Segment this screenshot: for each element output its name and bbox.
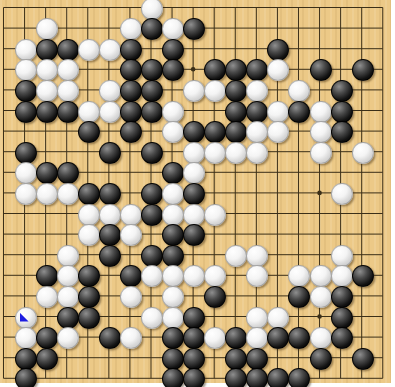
black-stone [331, 101, 353, 123]
white-stone [352, 142, 374, 164]
black-stone [99, 142, 121, 164]
white-stone [162, 18, 184, 40]
white-stone [141, 307, 163, 329]
white-stone [162, 121, 184, 143]
white-stone [57, 265, 79, 287]
black-stone [225, 101, 247, 123]
black-stone [310, 348, 332, 370]
white-stone [57, 80, 79, 102]
black-stone [99, 183, 121, 205]
white-stone [15, 183, 37, 205]
white-stone [225, 142, 247, 164]
black-stone [78, 307, 100, 329]
white-stone [331, 183, 353, 205]
white-stone [162, 101, 184, 123]
black-stone [225, 80, 247, 102]
white-stone [120, 204, 142, 226]
white-stone [310, 101, 332, 123]
white-stone [246, 307, 268, 329]
black-stone [36, 265, 58, 287]
white-stone [57, 183, 79, 205]
black-stone [225, 348, 247, 370]
white-stone [162, 204, 184, 226]
white-stone [183, 80, 205, 102]
white-stone [225, 245, 247, 267]
black-stone [246, 368, 268, 387]
white-stone [99, 39, 121, 61]
white-stone [310, 142, 332, 164]
black-stone [225, 368, 247, 387]
black-stone [36, 327, 58, 349]
black-stone [162, 224, 184, 246]
black-stone [162, 368, 184, 387]
black-stone [120, 80, 142, 102]
white-stone [331, 245, 353, 267]
white-stone [15, 327, 37, 349]
go-app-window: { "game": "go", "board_size": 19, "posit… [0, 0, 395, 387]
white-stone [204, 80, 226, 102]
black-stone [141, 204, 163, 226]
black-stone [288, 368, 310, 387]
white-stone [162, 307, 184, 329]
white-stone [267, 101, 289, 123]
black-stone [162, 327, 184, 349]
white-stone [183, 204, 205, 226]
black-stone [183, 307, 205, 329]
white-stone [99, 101, 121, 123]
black-stone [331, 121, 353, 143]
white-stone [57, 59, 79, 81]
black-stone [57, 39, 79, 61]
white-stone [331, 265, 353, 287]
black-stone [310, 59, 332, 81]
black-stone [141, 18, 163, 40]
black-stone [183, 348, 205, 370]
black-stone [352, 59, 374, 81]
white-stone [36, 80, 58, 102]
black-stone [78, 286, 100, 308]
black-stone [120, 39, 142, 61]
black-stone [141, 245, 163, 267]
black-stone [78, 265, 100, 287]
black-stone [99, 245, 121, 267]
white-stone [57, 327, 79, 349]
white-stone [246, 245, 268, 267]
white-stone [15, 59, 37, 81]
white-stone [204, 142, 226, 164]
white-stone [36, 18, 58, 40]
white-stone [141, 0, 163, 20]
white-stone [78, 101, 100, 123]
black-stone [141, 142, 163, 164]
black-stone [36, 39, 58, 61]
white-stone [204, 204, 226, 226]
white-stone [310, 121, 332, 143]
white-stone [57, 245, 79, 267]
black-stone [141, 80, 163, 102]
white-stone [310, 327, 332, 349]
black-stone [15, 142, 37, 164]
star-point [191, 67, 196, 72]
go-board[interactable] [0, 0, 391, 383]
black-stone [267, 368, 289, 387]
white-stone [120, 18, 142, 40]
black-stone [15, 80, 37, 102]
white-stone [36, 183, 58, 205]
black-stone [183, 183, 205, 205]
white-stone [267, 307, 289, 329]
white-stone [310, 265, 332, 287]
black-stone [78, 183, 100, 205]
black-stone [183, 368, 205, 387]
black-stone [331, 80, 353, 102]
black-stone [141, 183, 163, 205]
black-stone [331, 307, 353, 329]
white-stone [99, 80, 121, 102]
white-stone [120, 224, 142, 246]
white-stone [120, 327, 142, 349]
black-stone [36, 162, 58, 184]
black-stone [162, 245, 184, 267]
black-stone [99, 224, 121, 246]
black-stone [204, 286, 226, 308]
black-stone [57, 101, 79, 123]
black-stone [120, 121, 142, 143]
white-stone [246, 142, 268, 164]
star-point [317, 314, 322, 319]
black-stone [141, 101, 163, 123]
black-stone [15, 348, 37, 370]
white-stone [78, 39, 100, 61]
black-stone [162, 348, 184, 370]
white-stone [36, 59, 58, 81]
black-stone [246, 348, 268, 370]
black-stone [246, 101, 268, 123]
last-move-marker [20, 313, 29, 322]
white-stone [310, 286, 332, 308]
white-stone [162, 183, 184, 205]
black-stone [352, 265, 374, 287]
white-stone [162, 286, 184, 308]
black-stone [36, 348, 58, 370]
white-stone [183, 142, 205, 164]
black-stone [36, 101, 58, 123]
white-stone [99, 204, 121, 226]
white-stone [15, 307, 37, 329]
black-stone [57, 307, 79, 329]
white-stone [57, 286, 79, 308]
white-stone [78, 204, 100, 226]
black-stone [162, 39, 184, 61]
black-stone [331, 286, 353, 308]
white-stone [15, 39, 37, 61]
white-stone [120, 286, 142, 308]
black-stone [15, 101, 37, 123]
star-point [317, 191, 322, 196]
black-stone [120, 101, 142, 123]
black-stone [15, 368, 37, 387]
white-stone [15, 162, 37, 184]
black-stone [99, 327, 121, 349]
white-stone [36, 286, 58, 308]
black-stone [57, 162, 79, 184]
black-stone [352, 348, 374, 370]
black-stone [331, 327, 353, 349]
black-stone [288, 101, 310, 123]
white-stone [78, 224, 100, 246]
black-stone [78, 121, 100, 143]
black-stone [267, 39, 289, 61]
